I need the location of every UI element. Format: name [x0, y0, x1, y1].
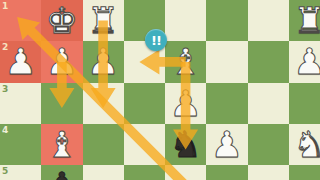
square-a3[interactable]	[289, 83, 320, 124]
square-f5[interactable]	[83, 165, 124, 180]
piece-white-pawn-g2[interactable]: ♟	[41, 41, 82, 82]
piece-white-pawn-a2[interactable]: ♟	[289, 41, 320, 82]
rank-label-5: 5	[2, 166, 8, 176]
rank-label-1: 1	[2, 1, 8, 11]
square-b1[interactable]	[248, 0, 289, 41]
brilliant-move-badge: !!	[145, 29, 167, 51]
square-d5[interactable]	[165, 165, 206, 180]
piece-white-bishop-d2[interactable]: ♝	[165, 41, 206, 82]
square-g3[interactable]	[41, 83, 82, 124]
square-b2[interactable]	[248, 41, 289, 82]
piece-black-knight-d4[interactable]: ♞	[165, 124, 206, 165]
square-h4[interactable]: 4	[0, 124, 41, 165]
rank-label-3: 3	[2, 84, 8, 94]
square-h1[interactable]: 1	[0, 0, 41, 41]
square-h3[interactable]: 3	[0, 83, 41, 124]
piece-white-king-g1[interactable]: ♚	[41, 0, 82, 41]
square-b3[interactable]	[248, 83, 289, 124]
square-b5[interactable]	[248, 165, 289, 180]
square-a5[interactable]	[289, 165, 320, 180]
square-c2[interactable]	[206, 41, 247, 82]
square-b4[interactable]	[248, 124, 289, 165]
piece-white-rook-f1[interactable]: ♜	[83, 0, 124, 41]
rank-label-4: 4	[2, 125, 8, 135]
square-f3[interactable]	[83, 83, 124, 124]
square-e4[interactable]	[124, 124, 165, 165]
square-e5[interactable]	[124, 165, 165, 180]
piece-white-knight-a4[interactable]: ♞	[289, 124, 320, 165]
piece-white-pawn-h2[interactable]: ♟	[0, 41, 41, 82]
square-d1[interactable]	[165, 0, 206, 41]
square-c5[interactable]	[206, 165, 247, 180]
square-f4[interactable]	[83, 124, 124, 165]
piece-white-pawn-c4[interactable]: ♟	[206, 124, 247, 165]
piece-white-rook-a1[interactable]: ♜	[289, 0, 320, 41]
chessboard-viewport: 12345♚♜♜♟♟♟♝♟♟♝♞♟♞♟ !!	[0, 0, 320, 180]
piece-white-pawn-d3[interactable]: ♟	[165, 83, 206, 124]
square-h5[interactable]: 5	[0, 165, 41, 180]
square-c1[interactable]	[206, 0, 247, 41]
square-c3[interactable]	[206, 83, 247, 124]
piece-white-bishop-g4[interactable]: ♝	[41, 124, 82, 165]
board: 12345♚♜♜♟♟♟♝♟♟♝♞♟♞♟	[0, 0, 320, 180]
square-e3[interactable]	[124, 83, 165, 124]
piece-black-pawn-g5[interactable]: ♟	[41, 165, 82, 180]
piece-white-pawn-f2[interactable]: ♟	[83, 41, 124, 82]
